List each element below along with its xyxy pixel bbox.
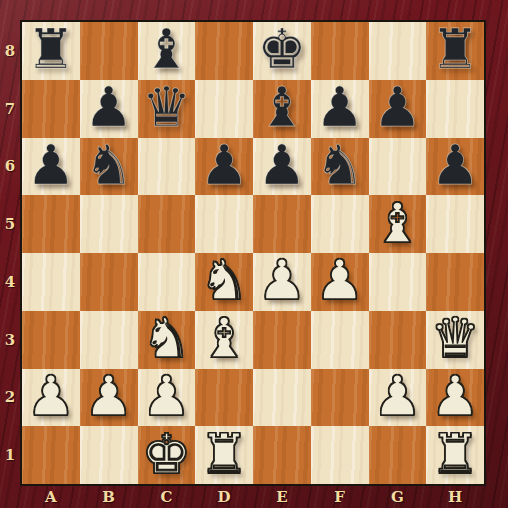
square-g3[interactable] <box>369 311 427 369</box>
piece-white-pawn[interactable]: ♟ <box>26 369 75 424</box>
square-g4[interactable] <box>369 253 427 311</box>
square-c6[interactable] <box>138 138 196 196</box>
square-d2[interactable] <box>195 369 253 427</box>
square-h2[interactable]: ♟ <box>426 369 484 427</box>
rank-label-6: 6 <box>0 138 20 196</box>
square-f1[interactable] <box>311 426 369 484</box>
square-a4[interactable] <box>22 253 80 311</box>
square-e1[interactable] <box>253 426 311 484</box>
square-e4[interactable]: ♟ <box>253 253 311 311</box>
square-d1[interactable]: ♜ <box>195 426 253 484</box>
square-f6[interactable]: ♞ <box>311 138 369 196</box>
square-b7[interactable]: ♟ <box>80 80 138 138</box>
square-c3[interactable]: ♞ <box>138 311 196 369</box>
file-labels: ABCDEFGH <box>22 486 484 508</box>
square-e8[interactable]: ♚ <box>253 22 311 80</box>
piece-black-pawn[interactable]: ♟ <box>315 80 364 135</box>
square-c8[interactable]: ♝ <box>138 22 196 80</box>
piece-white-pawn[interactable]: ♟ <box>84 369 133 424</box>
piece-white-rook[interactable]: ♜ <box>430 427 479 482</box>
square-a7[interactable] <box>22 80 80 138</box>
rank-label-1: 1 <box>0 426 20 484</box>
square-d6[interactable]: ♟ <box>195 138 253 196</box>
piece-black-knight[interactable]: ♞ <box>84 138 133 193</box>
square-c5[interactable] <box>138 195 196 253</box>
piece-black-king[interactable]: ♚ <box>257 22 306 77</box>
piece-black-pawn[interactable]: ♟ <box>373 80 422 135</box>
square-h3[interactable]: ♛ <box>426 311 484 369</box>
square-b4[interactable] <box>80 253 138 311</box>
piece-black-rook[interactable]: ♜ <box>430 22 479 77</box>
square-e3[interactable] <box>253 311 311 369</box>
square-f3[interactable] <box>311 311 369 369</box>
square-b6[interactable]: ♞ <box>80 138 138 196</box>
square-a2[interactable]: ♟ <box>22 369 80 427</box>
square-g6[interactable] <box>369 138 427 196</box>
piece-white-pawn[interactable]: ♟ <box>315 253 364 308</box>
piece-white-knight[interactable]: ♞ <box>199 253 248 308</box>
square-d8[interactable] <box>195 22 253 80</box>
piece-black-bishop[interactable]: ♝ <box>142 22 191 77</box>
piece-black-pawn[interactable]: ♟ <box>84 80 133 135</box>
square-g2[interactable]: ♟ <box>369 369 427 427</box>
rank-label-4: 4 <box>0 253 20 311</box>
piece-white-pawn[interactable]: ♟ <box>257 253 306 308</box>
square-f5[interactable] <box>311 195 369 253</box>
piece-black-pawn[interactable]: ♟ <box>26 138 75 193</box>
piece-white-pawn[interactable]: ♟ <box>142 369 191 424</box>
square-c1[interactable]: ♚ <box>138 426 196 484</box>
file-label-h: H <box>426 486 484 508</box>
square-c7[interactable]: ♛ <box>138 80 196 138</box>
piece-white-knight[interactable]: ♞ <box>142 311 191 366</box>
square-h4[interactable] <box>426 253 484 311</box>
rank-label-3: 3 <box>0 311 20 369</box>
square-g5[interactable]: ♝ <box>369 195 427 253</box>
piece-white-king[interactable]: ♚ <box>142 427 191 482</box>
square-f7[interactable]: ♟ <box>311 80 369 138</box>
square-h5[interactable] <box>426 195 484 253</box>
square-b2[interactable]: ♟ <box>80 369 138 427</box>
square-e6[interactable]: ♟ <box>253 138 311 196</box>
square-c2[interactable]: ♟ <box>138 369 196 427</box>
file-label-f: F <box>311 486 369 508</box>
square-g7[interactable]: ♟ <box>369 80 427 138</box>
file-label-b: B <box>80 486 138 508</box>
square-a6[interactable]: ♟ <box>22 138 80 196</box>
rank-label-7: 7 <box>0 80 20 138</box>
square-f8[interactable] <box>311 22 369 80</box>
rank-label-8: 8 <box>0 22 20 80</box>
file-label-d: D <box>195 486 253 508</box>
square-h7[interactable] <box>426 80 484 138</box>
square-f2[interactable] <box>311 369 369 427</box>
square-d4[interactable]: ♞ <box>195 253 253 311</box>
board-frame: 87654321 ABCDEFGH ♜♝♚♜♟♛♝♟♟♟♞♟♟♞♟♝♞♟♟♞♝♛… <box>0 0 508 508</box>
square-d7[interactable] <box>195 80 253 138</box>
piece-white-bishop[interactable]: ♝ <box>373 196 422 251</box>
square-h1[interactable]: ♜ <box>426 426 484 484</box>
square-d5[interactable] <box>195 195 253 253</box>
file-label-g: G <box>369 486 427 508</box>
square-b3[interactable] <box>80 311 138 369</box>
piece-black-rook[interactable]: ♜ <box>26 22 75 77</box>
square-a8[interactable]: ♜ <box>22 22 80 80</box>
piece-white-rook[interactable]: ♜ <box>199 427 248 482</box>
piece-black-pawn[interactable]: ♟ <box>257 138 306 193</box>
square-e5[interactable] <box>253 195 311 253</box>
chess-board: ♜♝♚♜♟♛♝♟♟♟♞♟♟♞♟♝♞♟♟♞♝♛♟♟♟♟♟♚♜♜ <box>20 20 486 486</box>
rank-label-5: 5 <box>0 195 20 253</box>
piece-black-queen[interactable]: ♛ <box>142 80 191 135</box>
piece-white-pawn[interactable]: ♟ <box>373 369 422 424</box>
file-label-c: C <box>138 486 196 508</box>
piece-black-knight[interactable]: ♞ <box>315 138 364 193</box>
square-a3[interactable] <box>22 311 80 369</box>
piece-white-pawn[interactable]: ♟ <box>430 369 479 424</box>
rank-labels: 87654321 <box>0 22 20 484</box>
square-c4[interactable] <box>138 253 196 311</box>
square-e2[interactable] <box>253 369 311 427</box>
piece-white-queen[interactable]: ♛ <box>430 311 479 366</box>
piece-black-pawn[interactable]: ♟ <box>199 138 248 193</box>
square-b8[interactable] <box>80 22 138 80</box>
square-a1[interactable] <box>22 426 80 484</box>
rank-label-2: 2 <box>0 369 20 427</box>
piece-black-bishop[interactable]: ♝ <box>257 80 306 135</box>
file-label-e: E <box>253 486 311 508</box>
square-g8[interactable] <box>369 22 427 80</box>
square-b5[interactable] <box>80 195 138 253</box>
square-e7[interactable]: ♝ <box>253 80 311 138</box>
piece-white-bishop[interactable]: ♝ <box>199 311 248 366</box>
file-label-a: A <box>22 486 80 508</box>
square-h6[interactable]: ♟ <box>426 138 484 196</box>
square-d3[interactable]: ♝ <box>195 311 253 369</box>
square-b1[interactable] <box>80 426 138 484</box>
square-a5[interactable] <box>22 195 80 253</box>
piece-black-pawn[interactable]: ♟ <box>430 138 479 193</box>
square-g1[interactable] <box>369 426 427 484</box>
square-h8[interactable]: ♜ <box>426 22 484 80</box>
square-f4[interactable]: ♟ <box>311 253 369 311</box>
